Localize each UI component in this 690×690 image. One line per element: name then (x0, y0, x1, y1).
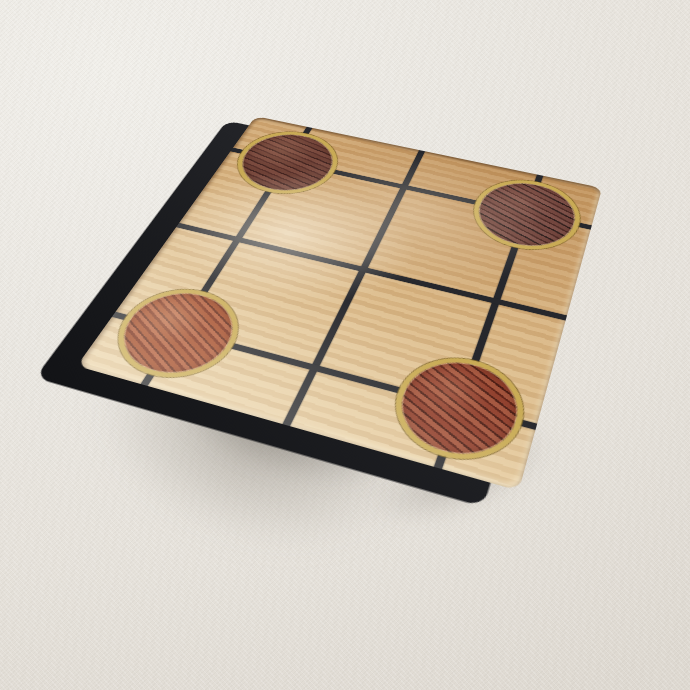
board-3d-scene (77, 116, 602, 491)
disc-c3[interactable] (380, 346, 536, 474)
disc-a1[interactable] (222, 124, 351, 202)
game-board (77, 116, 602, 491)
disc-c1[interactable] (463, 172, 589, 260)
board-grid (77, 116, 602, 491)
photo-canvas (0, 0, 690, 690)
